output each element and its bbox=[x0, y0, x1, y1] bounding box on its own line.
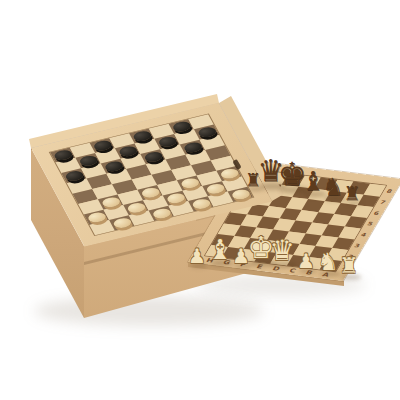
chess-piece-light-knight: ♞ bbox=[317, 250, 339, 274]
chess-piece-light-pawn: ♟ bbox=[297, 251, 315, 271]
product-photo-scene: HGFEDCBA 87654321 ♜♛♚♝♞♜♟♝♟♚♛♟♞♜ bbox=[0, 0, 400, 400]
chess-piece-light-rook: ♜ bbox=[339, 255, 359, 277]
chess-piece-dark-bishop: ♝ bbox=[301, 168, 324, 194]
chess-pieces-layer: ♜♛♚♝♞♜♟♝♟♚♛♟♞♜ bbox=[0, 0, 400, 400]
chess-piece-light-pawn: ♟ bbox=[188, 246, 206, 266]
chess-piece-light-bishop: ♝ bbox=[208, 236, 232, 263]
chess-piece-light-queen: ♛ bbox=[269, 237, 294, 265]
chess-piece-dark-knight: ♞ bbox=[322, 175, 344, 199]
chess-piece-dark-rook: ♜ bbox=[343, 184, 360, 203]
